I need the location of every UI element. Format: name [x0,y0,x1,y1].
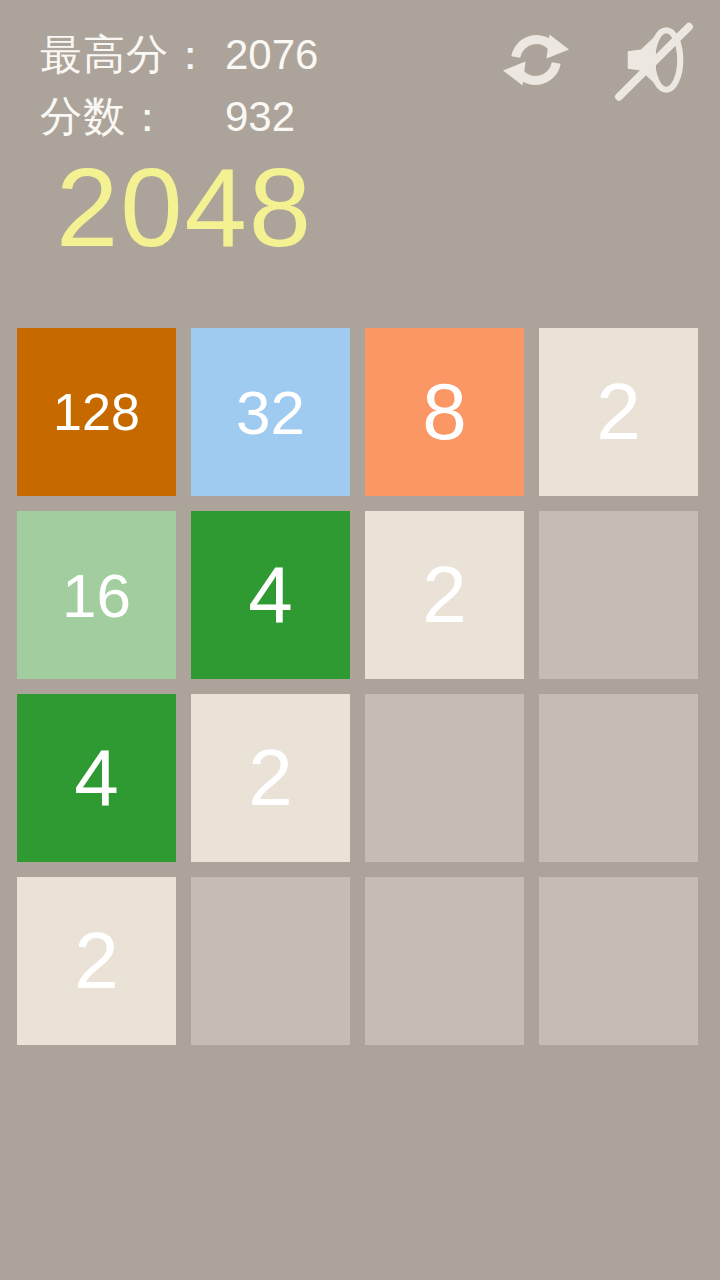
tile-4-r2c2: 4 [191,511,350,679]
app-2048: { "game": "2048", "position": { "grid": … [0,0,720,1280]
current-score-row: 分数： 932 [40,86,318,148]
board-grid[interactable]: 12832821642422 [17,328,698,1045]
empty-cell-r4c4 [539,877,698,1045]
score-label: 分数： [40,86,225,148]
tile-2-r4c1: 2 [17,877,176,1045]
tile-16-r2c1: 16 [17,511,176,679]
empty-cell-r4c2 [191,877,350,1045]
muted-speaker-icon [612,18,696,102]
tile-128-r1c1: 128 [17,328,176,496]
empty-cell-r3c3 [365,694,524,862]
score-value: 932 [225,86,295,148]
empty-cell-r3c4 [539,694,698,862]
tile-8-r1c3: 8 [365,328,524,496]
best-score-value: 2076 [225,24,318,86]
tile-2-r1c4: 2 [539,328,698,496]
empty-cell-r2c4 [539,511,698,679]
tile-2-r2c3: 2 [365,511,524,679]
empty-cell-r4c3 [365,877,524,1045]
game-title: 2048 [56,148,313,268]
best-score-row: 最高分： 2076 [40,24,318,86]
refresh-icon [500,22,572,98]
tile-32-r1c2: 32 [191,328,350,496]
restart-button[interactable] [500,22,572,98]
scoreboard: 最高分： 2076 分数： 932 [40,24,318,148]
best-score-label: 最高分： [40,24,225,86]
mute-button[interactable] [612,18,696,102]
tile-4-r3c1: 4 [17,694,176,862]
tile-2-r3c2: 2 [191,694,350,862]
